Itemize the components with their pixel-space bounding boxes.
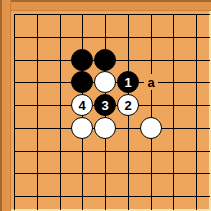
board-frame-left <box>0 0 11 211</box>
go-board-diagram: 1432a <box>0 0 211 211</box>
grid-line-vertical <box>196 14 197 210</box>
grid-line-vertical <box>60 14 61 210</box>
stone-white <box>94 117 116 139</box>
stone-black-3: 3 <box>94 94 116 116</box>
stone-black-1: 1 <box>117 71 139 93</box>
grid-line-vertical <box>173 14 174 210</box>
point-label-a: a <box>144 74 158 90</box>
stone-white-4: 4 <box>71 94 93 116</box>
grid-line-horizontal <box>14 173 210 174</box>
stone-black <box>94 49 116 71</box>
board-frame-top <box>0 0 211 11</box>
stone-white <box>140 117 162 139</box>
grid-line-horizontal <box>14 37 210 38</box>
grid-line-vertical <box>37 14 38 210</box>
stone-black <box>71 71 93 93</box>
stone-white <box>94 71 116 93</box>
grid-line-horizontal <box>14 151 210 152</box>
stone-white-2: 2 <box>117 94 139 116</box>
grid-line-horizontal <box>14 196 210 197</box>
grid-line-vertical <box>14 14 15 210</box>
stone-white <box>71 117 93 139</box>
grid-line-vertical <box>151 14 152 210</box>
stone-black <box>71 49 93 71</box>
grid-line-horizontal <box>14 14 210 15</box>
